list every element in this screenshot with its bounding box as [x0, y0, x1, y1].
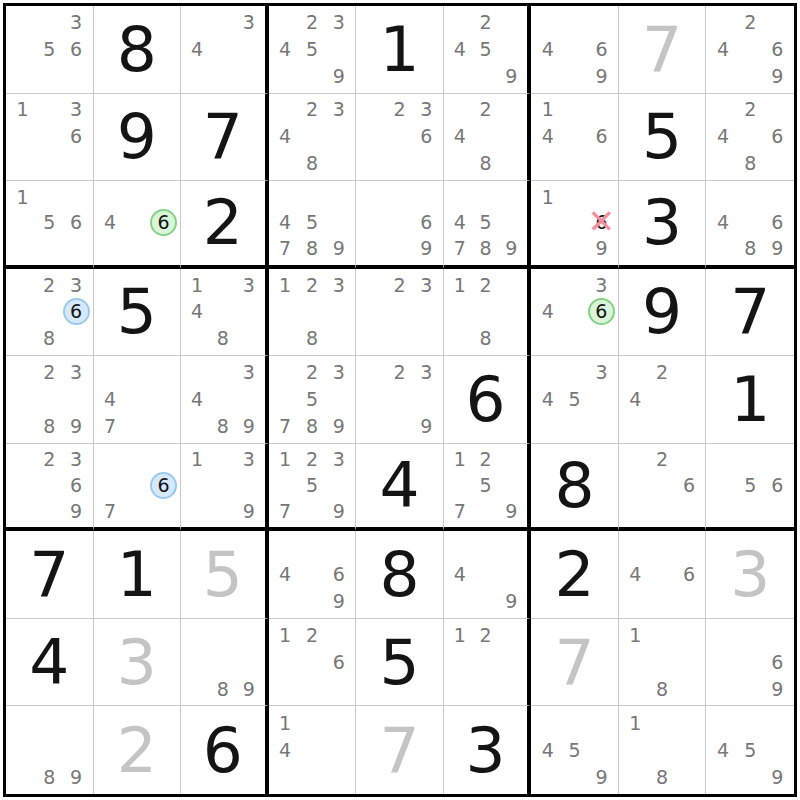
candidate-4[interactable]: 4: [184, 299, 210, 326]
pencil-marks: 459: [709, 709, 791, 791]
cell-r6c2[interactable]: 67: [94, 444, 182, 532]
cell-r8c1[interactable]: 4: [6, 619, 94, 707]
candidate-3[interactable]: 3: [236, 447, 262, 473]
cell-r8c5[interactable]: 5: [356, 619, 444, 707]
placed-digit: 7: [730, 280, 770, 343]
solver-digit: 2: [117, 719, 157, 782]
candidate-6[interactable]: 6: [63, 210, 90, 236]
solver-digit: 3: [730, 543, 770, 606]
candidate-6[interactable]: 6: [325, 649, 352, 676]
candidate-8[interactable]: 8: [299, 413, 326, 440]
candidate-9[interactable]: 9: [325, 63, 352, 90]
cell-r2c7[interactable]: 146: [531, 94, 619, 182]
placed-digit: 3: [466, 719, 506, 782]
candidate-8[interactable]: 8: [649, 764, 676, 791]
candidate-6[interactable]: 6: [413, 123, 440, 150]
pencil-marks: 89: [184, 622, 262, 703]
candidate-8[interactable]: 8: [299, 325, 326, 352]
cell-r7c6[interactable]: 49: [444, 531, 532, 619]
candidate-7[interactable]: 7: [447, 236, 473, 262]
pencil-marks: 12: [447, 622, 525, 703]
candidate-8[interactable]: 8: [737, 150, 764, 177]
pencil-marks: 2468: [709, 97, 791, 178]
candidate-9[interactable]: 9: [498, 236, 524, 262]
candidate-3[interactable]: 3: [413, 272, 440, 299]
candidate-8[interactable]: 8: [299, 236, 326, 262]
pencil-marks: 2368: [9, 272, 90, 353]
candidate-4[interactable]: 4: [709, 737, 736, 764]
candidate-4[interactable]: 4: [709, 210, 736, 236]
candidate-9[interactable]: 9: [236, 498, 262, 524]
placed-digit: 8: [555, 454, 595, 517]
candidate-1[interactable]: 1: [184, 272, 210, 299]
candidate-6[interactable]: 6: [63, 473, 90, 499]
cell-r1c1[interactable]: 356: [6, 6, 94, 94]
candidate-4[interactable]: 4: [709, 36, 736, 63]
cell-r1c7[interactable]: 469: [531, 6, 619, 94]
pencil-marks: 235789: [272, 359, 353, 440]
cell-r8c8[interactable]: 18: [619, 619, 707, 707]
candidate-5[interactable]: 5: [473, 210, 499, 236]
cell-r6c7[interactable]: 8: [531, 444, 619, 532]
candidate-8[interactable]: 8: [210, 325, 236, 352]
cell-r2c8[interactable]: 5: [619, 94, 707, 182]
candidate-2[interactable]: 2: [649, 447, 676, 473]
pencil-marks: 12579: [447, 447, 525, 525]
candidate-9[interactable]: 9: [588, 236, 615, 262]
placed-digit: 1: [730, 368, 770, 431]
cell-r5c4[interactable]: 235789: [269, 356, 357, 444]
candidate-2[interactable]: 2: [473, 97, 499, 124]
cell-r2c9[interactable]: 2468: [706, 94, 794, 182]
placed-digit: 5: [379, 631, 419, 694]
pencil-marks: 46: [622, 534, 703, 615]
candidate-3[interactable]: 3: [63, 272, 90, 299]
pencil-marks: 2389: [9, 359, 90, 440]
candidate-5[interactable]: 5: [36, 36, 63, 63]
cell-r4c7[interactable]: 346: [531, 269, 619, 357]
candidate-6-green-circle[interactable]: 6: [150, 209, 177, 236]
cell-r1c6[interactable]: 2459: [444, 6, 532, 94]
cell-r9c5[interactable]: 7: [356, 706, 444, 794]
cell-r3c8[interactable]: 3: [619, 181, 707, 269]
candidate-1[interactable]: 1: [272, 709, 299, 736]
candidate-6[interactable]: 6: [764, 123, 791, 150]
cell-r8c9[interactable]: 69: [706, 619, 794, 707]
placed-digit: 8: [117, 18, 157, 81]
candidate-8[interactable]: 8: [36, 413, 63, 440]
candidate-4[interactable]: 4: [534, 737, 561, 764]
candidate-2[interactable]: 2: [36, 359, 63, 386]
candidate-2[interactable]: 2: [386, 272, 413, 299]
pencil-marks: 18: [622, 622, 703, 703]
candidate-9[interactable]: 9: [325, 413, 352, 440]
pencil-marks: 18: [622, 709, 703, 791]
candidate-3[interactable]: 3: [325, 9, 352, 36]
candidate-5[interactable]: 5: [299, 386, 326, 413]
candidate-9[interactable]: 9: [498, 588, 524, 615]
candidate-6[interactable]: 6: [676, 473, 703, 499]
pencil-marks: 14: [272, 709, 353, 791]
cell-r4c9[interactable]: 7: [706, 269, 794, 357]
candidate-8[interactable]: 8: [299, 150, 326, 177]
cell-r5c8[interactable]: 24: [619, 356, 707, 444]
candidate-9[interactable]: 9: [764, 63, 791, 90]
candidate-3[interactable]: 3: [63, 9, 90, 36]
cell-r7c2[interactable]: 1: [94, 531, 182, 619]
pencil-marks: 356: [9, 9, 90, 90]
candidate-9[interactable]: 9: [764, 676, 791, 703]
candidate-2[interactable]: 2: [473, 622, 499, 649]
pencil-marks: 248: [447, 97, 525, 178]
candidate-4[interactable]: 4: [447, 210, 473, 236]
candidate-7[interactable]: 7: [97, 413, 124, 440]
placed-digit: 6: [203, 719, 243, 782]
candidate-7[interactable]: 7: [272, 236, 299, 262]
solver-digit: 7: [379, 719, 419, 782]
candidate-4[interactable]: 4: [272, 561, 299, 588]
candidate-6-blue-circle[interactable]: 6: [150, 472, 177, 499]
pencil-marks: 169: [534, 184, 615, 262]
solver-digit: 7: [555, 631, 595, 694]
cell-r2c6[interactable]: 248: [444, 94, 532, 182]
candidate-2[interactable]: 2: [299, 272, 326, 299]
candidate-2[interactable]: 2: [299, 622, 326, 649]
candidate-4[interactable]: 4: [272, 210, 299, 236]
candidate-7[interactable]: 7: [272, 413, 299, 440]
cell-r3c4[interactable]: 45789: [269, 181, 357, 269]
candidate-4[interactable]: 4: [447, 123, 473, 150]
cell-r7c7[interactable]: 2: [531, 531, 619, 619]
candidate-3[interactable]: 3: [413, 359, 440, 386]
candidate-3[interactable]: 3: [236, 9, 262, 36]
candidate-5[interactable]: 5: [561, 386, 588, 413]
cell-r4c2[interactable]: 5: [94, 269, 182, 357]
pencil-marks: 345: [534, 359, 615, 440]
candidate-6[interactable]: 6: [413, 210, 440, 236]
cell-r2c4[interactable]: 2348: [269, 94, 357, 182]
candidate-6[interactable]: 6: [325, 561, 352, 588]
candidate-9[interactable]: 9: [413, 413, 440, 440]
solver-digit: 7: [642, 18, 682, 81]
placed-digit: 2: [555, 543, 595, 606]
candidate-1[interactable]: 1: [272, 622, 299, 649]
pencil-marks: 236: [359, 97, 440, 178]
candidate-3[interactable]: 3: [325, 447, 352, 473]
candidate-9[interactable]: 9: [63, 498, 90, 524]
candidate-3[interactable]: 3: [63, 447, 90, 473]
placed-digit: 2: [203, 191, 243, 254]
cell-r4c5[interactable]: 23: [356, 269, 444, 357]
cell-r4c3[interactable]: 1348: [181, 269, 269, 357]
cell-r7c3[interactable]: 5: [181, 531, 269, 619]
cell-r6c9[interactable]: 56: [706, 444, 794, 532]
candidate-8[interactable]: 8: [737, 236, 764, 262]
pencil-marks: 49: [447, 534, 525, 615]
candidate-8[interactable]: 8: [210, 413, 236, 440]
candidate-1[interactable]: 1: [622, 709, 649, 736]
candidate-4[interactable]: 4: [272, 737, 299, 764]
candidate-8[interactable]: 8: [473, 236, 499, 262]
candidate-9[interactable]: 9: [764, 764, 791, 791]
candidate-9[interactable]: 9: [325, 588, 352, 615]
cell-r3c9[interactable]: 4689: [706, 181, 794, 269]
candidate-4[interactable]: 4: [534, 298, 561, 325]
candidate-4[interactable]: 4: [447, 36, 473, 63]
candidate-1[interactable]: 1: [184, 447, 210, 473]
candidate-3[interactable]: 3: [325, 359, 352, 386]
candidate-5[interactable]: 5: [473, 473, 499, 499]
candidate-9[interactable]: 9: [63, 764, 90, 791]
cell-r8c3[interactable]: 89: [181, 619, 269, 707]
pencil-marks: 156: [9, 184, 90, 262]
candidate-6-blue-circle[interactable]: 6: [63, 298, 90, 325]
candidate-7[interactable]: 7: [97, 499, 124, 524]
cell-r1c3[interactable]: 34: [181, 6, 269, 94]
candidate-5[interactable]: 5: [36, 210, 63, 236]
candidate-3[interactable]: 3: [325, 97, 352, 124]
candidate-6[interactable]: 6: [588, 36, 615, 63]
candidate-3[interactable]: 3: [325, 272, 352, 299]
candidate-8[interactable]: 8: [210, 676, 236, 703]
candidate-5[interactable]: 5: [299, 210, 326, 236]
cell-r9c3[interactable]: 6: [181, 706, 269, 794]
candidate-1[interactable]: 1: [622, 622, 649, 649]
pencil-marks: 128: [447, 272, 525, 353]
candidate-2[interactable]: 2: [299, 97, 326, 124]
candidate-8[interactable]: 8: [36, 325, 63, 352]
candidate-6-red-x[interactable]: 6: [588, 210, 615, 236]
candidate-9[interactable]: 9: [764, 236, 791, 262]
pencil-marks: 46: [97, 184, 178, 262]
candidate-1[interactable]: 1: [447, 622, 473, 649]
pencil-marks: 45789: [272, 184, 353, 262]
candidate-1[interactable]: 1: [447, 447, 473, 473]
cell-r3c5[interactable]: 69: [356, 181, 444, 269]
candidate-3[interactable]: 3: [236, 359, 262, 386]
candidate-6[interactable]: 6: [764, 36, 791, 63]
placed-digit: 1: [117, 543, 157, 606]
cell-r3c7[interactable]: 169: [531, 181, 619, 269]
candidate-1[interactable]: 1: [534, 184, 561, 210]
cell-r7c5[interactable]: 8: [356, 531, 444, 619]
cell-r1c5[interactable]: 1: [356, 6, 444, 94]
cell-r2c5[interactable]: 236: [356, 94, 444, 182]
candidate-8[interactable]: 8: [473, 325, 499, 352]
cell-r3c3[interactable]: 2: [181, 181, 269, 269]
cell-r7c9[interactable]: 3: [706, 531, 794, 619]
cell-r5c5[interactable]: 239: [356, 356, 444, 444]
candidate-6-green-circle[interactable]: 6: [588, 298, 615, 325]
candidate-2[interactable]: 2: [299, 359, 326, 386]
cell-r8c4[interactable]: 126: [269, 619, 357, 707]
candidate-8[interactable]: 8: [649, 676, 676, 703]
candidate-9[interactable]: 9: [588, 764, 615, 791]
cell-r2c3[interactable]: 7: [181, 94, 269, 182]
sudoku-board: 3568342345912459469724691369723482362481…: [3, 3, 797, 797]
candidate-5[interactable]: 5: [299, 473, 326, 499]
pencil-marks: 26: [622, 447, 703, 525]
cell-r7c4[interactable]: 469: [269, 531, 357, 619]
placed-digit: 3: [642, 191, 682, 254]
candidate-7[interactable]: 7: [447, 498, 473, 524]
candidate-6[interactable]: 6: [588, 123, 615, 150]
candidate-3[interactable]: 3: [588, 272, 615, 299]
candidate-7[interactable]: 7: [272, 498, 299, 524]
cell-r2c1[interactable]: 136: [6, 94, 94, 182]
candidate-2[interactable]: 2: [473, 9, 499, 36]
candidate-5[interactable]: 5: [299, 36, 326, 63]
pencil-marks: 123579: [272, 447, 353, 525]
cell-r4c6[interactable]: 128: [444, 269, 532, 357]
candidate-6[interactable]: 6: [63, 36, 90, 63]
candidate-4[interactable]: 4: [534, 36, 561, 63]
candidate-4[interactable]: 4: [622, 561, 649, 588]
cell-r6c3[interactable]: 139: [181, 444, 269, 532]
pencil-marks: 34: [184, 9, 262, 90]
cell-r9c8[interactable]: 18: [619, 706, 707, 794]
candidate-4[interactable]: 4: [709, 123, 736, 150]
cell-r5c2[interactable]: 47: [94, 356, 182, 444]
candidate-9[interactable]: 9: [63, 413, 90, 440]
candidate-6[interactable]: 6: [764, 473, 791, 499]
candidate-4[interactable]: 4: [622, 386, 649, 413]
placed-digit: 5: [642, 105, 682, 168]
pencil-marks: 69: [359, 184, 440, 262]
candidate-2[interactable]: 2: [36, 447, 63, 473]
cell-r3c1[interactable]: 156: [6, 181, 94, 269]
pencil-marks: 67: [97, 447, 178, 525]
candidate-4[interactable]: 4: [97, 209, 124, 236]
cell-r1c2[interactable]: 8: [94, 6, 182, 94]
candidate-9[interactable]: 9: [498, 498, 524, 524]
cell-r8c2[interactable]: 3: [94, 619, 182, 707]
candidate-2[interactable]: 2: [473, 272, 499, 299]
pencil-marks: 2469: [709, 9, 791, 90]
candidate-2[interactable]: 2: [473, 447, 499, 473]
candidate-2[interactable]: 2: [299, 9, 326, 36]
cell-r4c4[interactable]: 1238: [269, 269, 357, 357]
candidate-3[interactable]: 3: [63, 97, 90, 124]
cell-r9c9[interactable]: 459: [706, 706, 794, 794]
cell-r5c9[interactable]: 1: [706, 356, 794, 444]
candidate-4[interactable]: 4: [534, 386, 561, 413]
candidate-2[interactable]: 2: [299, 447, 326, 473]
candidate-9[interactable]: 9: [236, 676, 262, 703]
placed-digit: 4: [379, 454, 419, 517]
cell-r9c2[interactable]: 2: [94, 706, 182, 794]
cell-r6c4[interactable]: 123579: [269, 444, 357, 532]
candidate-6[interactable]: 6: [676, 561, 703, 588]
candidate-3[interactable]: 3: [413, 97, 440, 124]
cell-r5c3[interactable]: 3489: [181, 356, 269, 444]
candidate-4[interactable]: 4: [534, 123, 561, 150]
pencil-marks: 469: [272, 534, 353, 615]
candidate-2[interactable]: 2: [36, 272, 63, 299]
cell-r4c1[interactable]: 2368: [6, 269, 94, 357]
candidate-3[interactable]: 3: [63, 359, 90, 386]
cell-r9c7[interactable]: 459: [531, 706, 619, 794]
cell-r6c8[interactable]: 26: [619, 444, 707, 532]
candidate-9[interactable]: 9: [588, 63, 615, 90]
cell-r2c2[interactable]: 9: [94, 94, 182, 182]
candidate-1[interactable]: 1: [9, 97, 36, 124]
cell-r3c6[interactable]: 45789: [444, 181, 532, 269]
candidate-9[interactable]: 9: [498, 63, 524, 90]
candidate-4[interactable]: 4: [272, 123, 299, 150]
cell-r5c7[interactable]: 345: [531, 356, 619, 444]
candidate-1[interactable]: 1: [447, 272, 473, 299]
candidate-2[interactable]: 2: [649, 359, 676, 386]
cell-r6c5[interactable]: 4: [356, 444, 444, 532]
pencil-marks: 146: [534, 97, 615, 178]
candidate-2[interactable]: 2: [737, 9, 764, 36]
pencil-marks: 2348: [272, 97, 353, 178]
cell-r7c1[interactable]: 7: [6, 531, 94, 619]
candidate-4[interactable]: 4: [272, 36, 299, 63]
candidate-1[interactable]: 1: [534, 97, 561, 124]
cell-r8c6[interactable]: 12: [444, 619, 532, 707]
candidate-5[interactable]: 5: [737, 737, 764, 764]
candidate-5[interactable]: 5: [473, 36, 499, 63]
candidate-6[interactable]: 6: [764, 649, 791, 676]
cell-r9c1[interactable]: 89: [6, 706, 94, 794]
cell-r9c4[interactable]: 14: [269, 706, 357, 794]
candidate-5[interactable]: 5: [561, 737, 588, 764]
candidate-1[interactable]: 1: [272, 272, 299, 299]
cell-r3c2[interactable]: 46: [94, 181, 182, 269]
candidate-1[interactable]: 1: [272, 447, 299, 473]
candidate-1[interactable]: 1: [9, 184, 36, 210]
cell-r5c1[interactable]: 2389: [6, 356, 94, 444]
candidate-4[interactable]: 4: [447, 561, 473, 588]
cell-r4c8[interactable]: 9: [619, 269, 707, 357]
candidate-3[interactable]: 3: [236, 272, 262, 299]
candidate-9[interactable]: 9: [413, 236, 440, 262]
pencil-marks: 126: [272, 622, 353, 703]
placed-digit: 7: [203, 105, 243, 168]
cell-r1c8[interactable]: 7: [619, 6, 707, 94]
candidate-6[interactable]: 6: [63, 123, 90, 150]
pencil-marks: 23459: [272, 9, 353, 90]
candidate-8[interactable]: 8: [473, 150, 499, 177]
candidate-2[interactable]: 2: [737, 97, 764, 124]
cell-r1c9[interactable]: 2469: [706, 6, 794, 94]
candidate-8[interactable]: 8: [36, 764, 63, 791]
candidate-2[interactable]: 2: [386, 359, 413, 386]
cell-r6c6[interactable]: 12579: [444, 444, 532, 532]
cell-r6c1[interactable]: 2369: [6, 444, 94, 532]
candidate-4[interactable]: 4: [184, 386, 210, 413]
pencil-marks: 136: [9, 97, 90, 178]
cell-r1c4[interactable]: 23459: [269, 6, 357, 94]
candidate-9[interactable]: 9: [325, 236, 352, 262]
cell-r7c8[interactable]: 46: [619, 531, 707, 619]
candidate-6[interactable]: 6: [764, 210, 791, 236]
candidate-2[interactable]: 2: [386, 97, 413, 124]
cell-r5c6[interactable]: 6: [444, 356, 532, 444]
pencil-marks: 4689: [709, 184, 791, 262]
candidate-4[interactable]: 4: [184, 36, 210, 63]
candidate-9[interactable]: 9: [236, 413, 262, 440]
cell-r9c6[interactable]: 3: [444, 706, 532, 794]
cell-r8c7[interactable]: 7: [531, 619, 619, 707]
candidate-3[interactable]: 3: [588, 359, 615, 386]
pencil-marks: 2369: [9, 447, 90, 525]
candidate-5[interactable]: 5: [737, 473, 764, 499]
candidate-9[interactable]: 9: [325, 498, 352, 524]
candidate-4[interactable]: 4: [97, 386, 124, 413]
